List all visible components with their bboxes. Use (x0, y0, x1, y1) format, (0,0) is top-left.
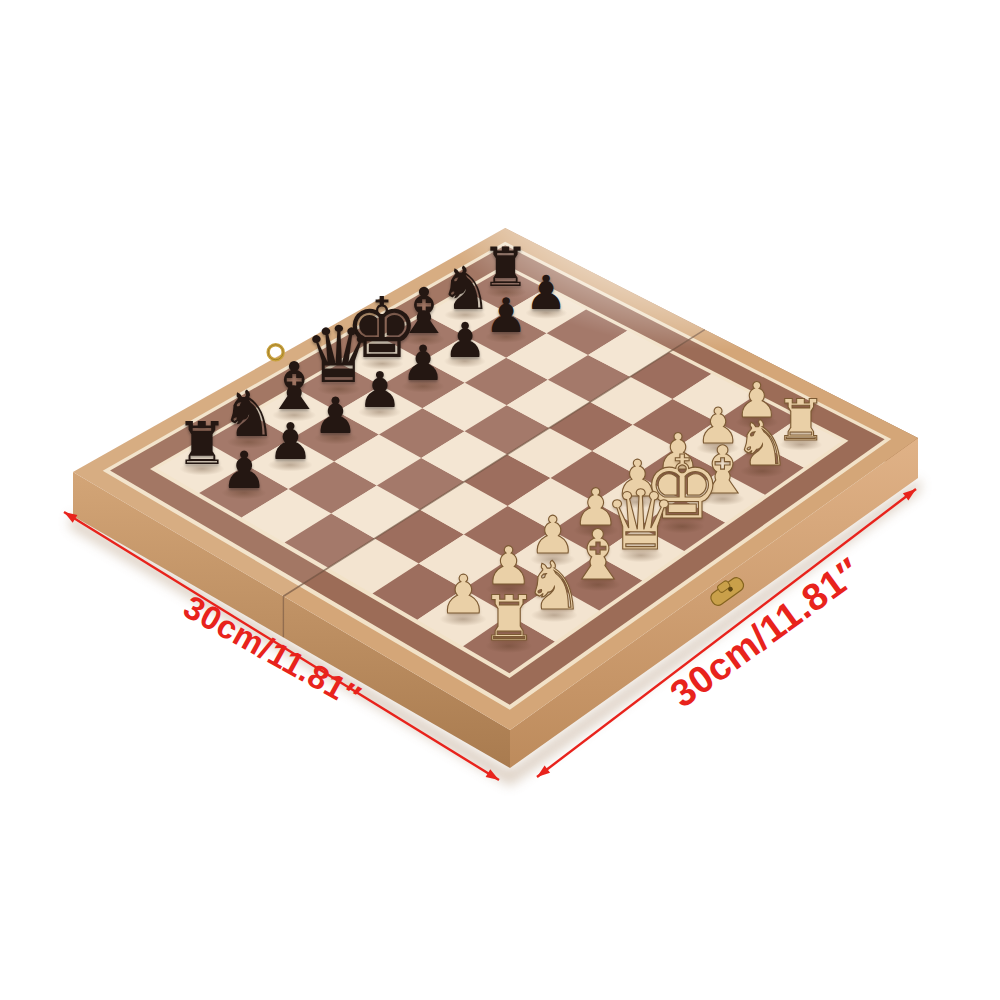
brass-ring-shade (268, 345, 283, 360)
product-photo: ♜♟♞♟♝♟♚♟♛♟♝♟♟♞♜♟♟♜♞♟♟♝♟♚♟♛♟♝♟♞♟♜ 30cm/11… (0, 0, 1000, 1000)
chessboard (0, 0, 1000, 1000)
